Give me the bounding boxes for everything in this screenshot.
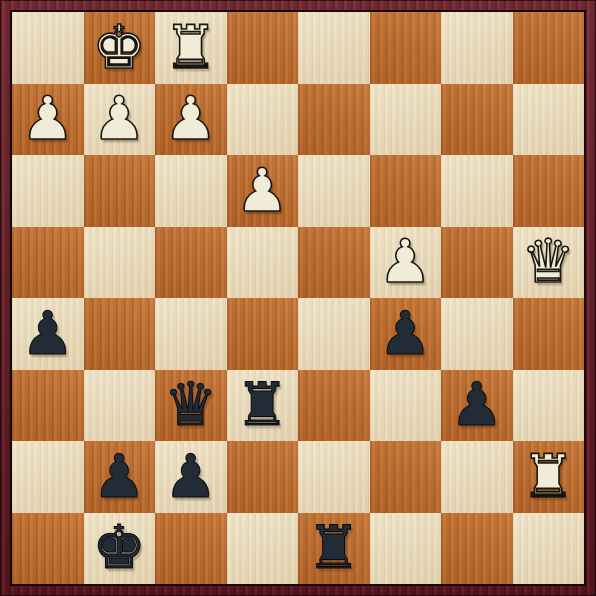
square-h3[interactable] [513, 370, 585, 442]
square-h7[interactable] [513, 84, 585, 156]
chess-board: ♚♜♟♟♟♟♟♛♟♟♛♜♟♟♟♜♚♜ [12, 12, 584, 584]
square-g7[interactable] [441, 84, 513, 156]
piece-white-rook[interactable]: ♜ [155, 12, 227, 83]
square-b5[interactable] [84, 227, 156, 299]
square-b1[interactable]: ♚ [84, 513, 156, 585]
square-a6[interactable] [12, 155, 84, 227]
piece-black-rook[interactable]: ♜ [227, 370, 299, 441]
piece-white-pawn[interactable]: ♟ [12, 84, 84, 155]
square-e4[interactable] [298, 298, 370, 370]
square-g3[interactable]: ♟ [441, 370, 513, 442]
square-f2[interactable] [370, 441, 442, 513]
square-d7[interactable] [227, 84, 299, 156]
square-c7[interactable]: ♟ [155, 84, 227, 156]
piece-black-pawn[interactable]: ♟ [441, 370, 513, 441]
square-c3[interactable]: ♛ [155, 370, 227, 442]
square-a5[interactable] [12, 227, 84, 299]
square-d5[interactable] [227, 227, 299, 299]
square-h2[interactable]: ♜ [513, 441, 585, 513]
square-d6[interactable]: ♟ [227, 155, 299, 227]
square-e3[interactable] [298, 370, 370, 442]
square-f4[interactable]: ♟ [370, 298, 442, 370]
board-frame: ♚♜♟♟♟♟♟♛♟♟♛♜♟♟♟♜♚♜ [0, 0, 596, 596]
piece-black-pawn[interactable]: ♟ [12, 298, 84, 369]
square-d1[interactable] [227, 513, 299, 585]
square-b3[interactable] [84, 370, 156, 442]
piece-black-queen[interactable]: ♛ [155, 370, 227, 441]
board-inner-border: ♚♜♟♟♟♟♟♛♟♟♛♜♟♟♟♜♚♜ [10, 10, 586, 586]
square-f8[interactable] [370, 12, 442, 84]
square-a2[interactable] [12, 441, 84, 513]
piece-white-pawn[interactable]: ♟ [227, 155, 299, 226]
square-f1[interactable] [370, 513, 442, 585]
piece-white-pawn[interactable]: ♟ [155, 84, 227, 155]
square-d3[interactable]: ♜ [227, 370, 299, 442]
square-a1[interactable] [12, 513, 84, 585]
square-d8[interactable] [227, 12, 299, 84]
square-e1[interactable]: ♜ [298, 513, 370, 585]
square-c4[interactable] [155, 298, 227, 370]
piece-black-rook[interactable]: ♜ [298, 513, 370, 584]
square-g2[interactable] [441, 441, 513, 513]
square-c8[interactable]: ♜ [155, 12, 227, 84]
piece-white-queen[interactable]: ♛ [513, 227, 585, 298]
square-d4[interactable] [227, 298, 299, 370]
square-a7[interactable]: ♟ [12, 84, 84, 156]
square-g1[interactable] [441, 513, 513, 585]
square-e2[interactable] [298, 441, 370, 513]
square-h1[interactable] [513, 513, 585, 585]
piece-black-pawn[interactable]: ♟ [155, 441, 227, 512]
square-e5[interactable] [298, 227, 370, 299]
square-f6[interactable] [370, 155, 442, 227]
piece-white-rook[interactable]: ♜ [513, 441, 585, 512]
square-b2[interactable]: ♟ [84, 441, 156, 513]
square-f5[interactable]: ♟ [370, 227, 442, 299]
square-d2[interactable] [227, 441, 299, 513]
square-b8[interactable]: ♚ [84, 12, 156, 84]
piece-white-king[interactable]: ♚ [84, 12, 156, 83]
piece-white-pawn[interactable]: ♟ [370, 227, 442, 298]
piece-black-king[interactable]: ♚ [84, 513, 156, 584]
square-h4[interactable] [513, 298, 585, 370]
square-f3[interactable] [370, 370, 442, 442]
square-a3[interactable] [12, 370, 84, 442]
square-g6[interactable] [441, 155, 513, 227]
square-c5[interactable] [155, 227, 227, 299]
square-a8[interactable] [12, 12, 84, 84]
piece-white-pawn[interactable]: ♟ [84, 84, 156, 155]
square-h5[interactable]: ♛ [513, 227, 585, 299]
square-h8[interactable] [513, 12, 585, 84]
square-a4[interactable]: ♟ [12, 298, 84, 370]
square-f7[interactable] [370, 84, 442, 156]
square-b7[interactable]: ♟ [84, 84, 156, 156]
square-c6[interactable] [155, 155, 227, 227]
square-g5[interactable] [441, 227, 513, 299]
square-b4[interactable] [84, 298, 156, 370]
square-c1[interactable] [155, 513, 227, 585]
square-e6[interactable] [298, 155, 370, 227]
square-c2[interactable]: ♟ [155, 441, 227, 513]
square-g4[interactable] [441, 298, 513, 370]
square-b6[interactable] [84, 155, 156, 227]
square-e7[interactable] [298, 84, 370, 156]
piece-black-pawn[interactable]: ♟ [84, 441, 156, 512]
square-h6[interactable] [513, 155, 585, 227]
square-e8[interactable] [298, 12, 370, 84]
piece-black-pawn[interactable]: ♟ [370, 298, 442, 369]
square-g8[interactable] [441, 12, 513, 84]
